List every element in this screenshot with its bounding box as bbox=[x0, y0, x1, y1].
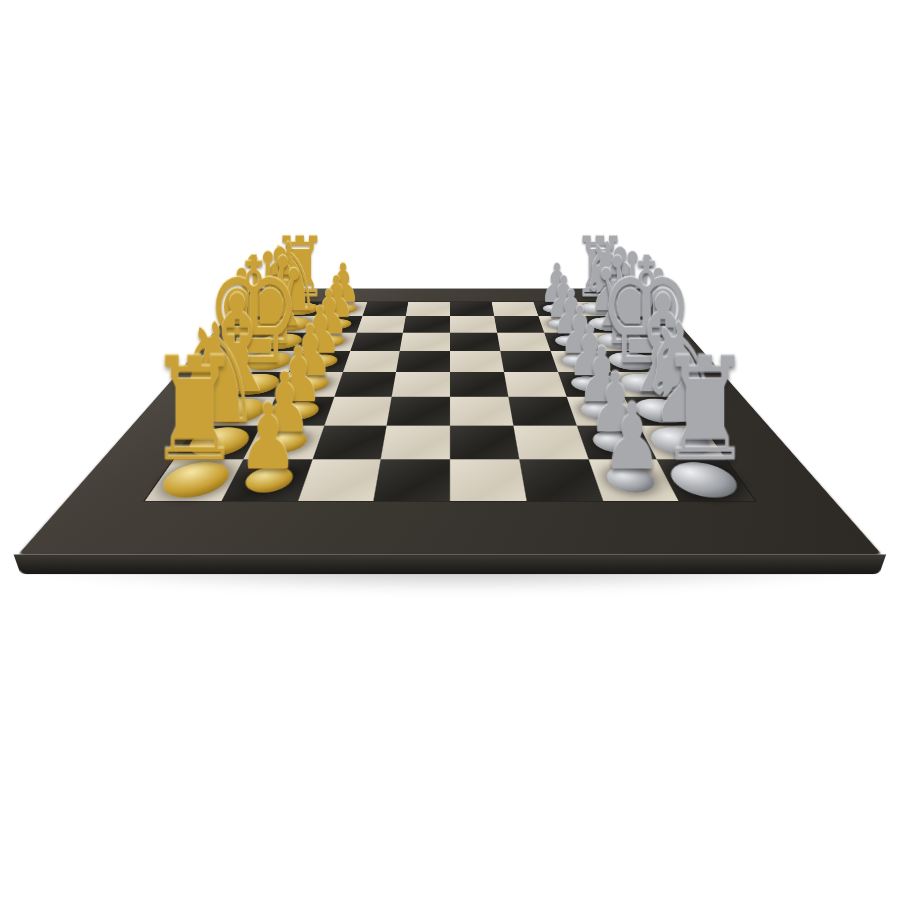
chess-set-photo: ♜♟♟♜♞♟♟♞♝♟♟♝♛♟♟♛♚♟♟♚♝♟♟♝♞♟♟♞♜♟♟♜ bbox=[0, 0, 900, 900]
white-pawn-glyph: ♟ bbox=[238, 391, 298, 482]
board-perspective-wrap: ♜♟♟♜♞♟♟♞♝♟♟♝♛♟♟♛♚♟♟♚♝♟♟♝♞♟♟♞♜♟♟♜ bbox=[179, 101, 721, 643]
board-front-edge bbox=[14, 554, 887, 574]
pieces-layer: ♜♟♟♜♞♟♟♞♝♟♟♝♛♟♟♛♚♟♟♚♝♟♟♝♞♟♟♞♜♟♟♜ bbox=[18, 289, 881, 555]
chess-board: ♜♟♟♜♞♟♟♞♝♟♟♝♛♟♟♛♚♟♟♚♝♟♟♝♞♟♟♞♜♟♟♜ bbox=[18, 289, 881, 555]
black-pawn-glyph: ♟ bbox=[603, 391, 663, 482]
black-rook-glyph: ♜ bbox=[659, 339, 753, 482]
white-rook-glyph: ♜ bbox=[148, 339, 242, 482]
